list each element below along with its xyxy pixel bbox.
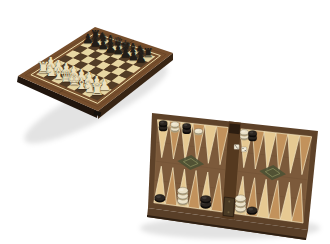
hinge-top (229, 123, 240, 134)
hinge-knuckle (227, 211, 229, 213)
checker-highlight (160, 121, 164, 123)
backgammon-checker-stack-white (177, 187, 188, 205)
backgammon-checker-stack-black (248, 131, 256, 142)
backgammon-checker-stack-white (235, 195, 246, 213)
checker-highlight (237, 196, 242, 199)
die-icon (242, 147, 247, 152)
checker-highlight (172, 123, 176, 125)
backgammon-checker-stack-black (200, 195, 211, 208)
hinge-knuckle (228, 201, 230, 203)
product-photo: ♜♞♝♛♚♝♞♜♟♟♟♟♟♟♟♟♟♟♟♟♟♟♟♟♜♞♝♛♚♝♞♜ (0, 0, 330, 244)
die-pip (243, 148, 244, 149)
checker-highlight (248, 208, 253, 211)
die-pip (236, 146, 237, 147)
checker-highlight (156, 196, 161, 199)
checker-highlight (202, 197, 207, 200)
hinge (223, 197, 235, 217)
die-pip (235, 145, 236, 146)
checker-highlight (196, 129, 200, 131)
backgammon-checker-stack-black (155, 194, 166, 202)
backgammon-checker-stack-white (171, 122, 179, 133)
backgammon-checker-stack-white (240, 130, 248, 141)
checker-highlight (184, 124, 188, 126)
backgammon-checker-stack-black (159, 120, 167, 131)
backgammon-checker-stack-white (194, 128, 202, 135)
checker-highlight (250, 131, 254, 133)
checker-highlight (241, 131, 245, 133)
backgammon-checker-stack-black (183, 123, 191, 134)
checker-highlight (179, 188, 184, 191)
chess-board (17, 27, 173, 119)
die-pip (245, 150, 246, 151)
boards-illustration (0, 0, 330, 244)
die-pip (237, 148, 238, 149)
backgammon-checker-stack-black (247, 207, 258, 215)
